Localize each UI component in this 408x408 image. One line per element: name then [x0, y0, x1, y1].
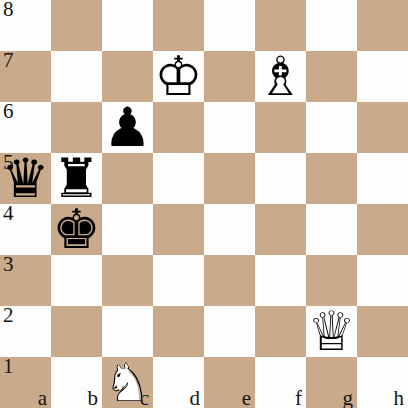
square-g3[interactable] — [306, 255, 357, 306]
piece-white-knight[interactable]: ♘ — [103, 357, 151, 408]
square-c5[interactable] — [102, 153, 153, 204]
square-b4[interactable]: ♚ — [51, 204, 102, 255]
square-d3[interactable] — [153, 255, 204, 306]
square-h2[interactable] — [357, 306, 408, 357]
square-e2[interactable] — [204, 306, 255, 357]
square-h3[interactable] — [357, 255, 408, 306]
square-a6[interactable]: 6 — [0, 102, 51, 153]
square-b1[interactable]: b — [51, 357, 102, 408]
square-h7[interactable] — [357, 51, 408, 102]
square-b8[interactable] — [51, 0, 102, 51]
square-d8[interactable] — [153, 0, 204, 51]
square-b3[interactable] — [51, 255, 102, 306]
square-e4[interactable] — [204, 204, 255, 255]
square-c2[interactable] — [102, 306, 153, 357]
square-e8[interactable] — [204, 0, 255, 51]
square-e5[interactable] — [204, 153, 255, 204]
square-f3[interactable] — [255, 255, 306, 306]
square-b7[interactable] — [51, 51, 102, 102]
rank-label-1: 1 — [3, 354, 14, 378]
square-h5[interactable] — [357, 153, 408, 204]
rank-label-6: 6 — [3, 99, 14, 123]
square-f5[interactable] — [255, 153, 306, 204]
square-f7[interactable]: ♗ — [255, 51, 306, 102]
file-label-e: e — [242, 386, 251, 408]
square-b2[interactable] — [51, 306, 102, 357]
rank-label-7: 7 — [3, 48, 14, 72]
piece-white-bishop[interactable]: ♗ — [256, 51, 304, 102]
square-c8[interactable] — [102, 0, 153, 51]
square-g6[interactable] — [306, 102, 357, 153]
square-a1[interactable]: 1a — [0, 357, 51, 408]
square-f8[interactable] — [255, 0, 306, 51]
square-c1[interactable]: c♘ — [102, 357, 153, 408]
square-d2[interactable] — [153, 306, 204, 357]
square-d5[interactable] — [153, 153, 204, 204]
square-h8[interactable] — [357, 0, 408, 51]
square-a4[interactable]: 4 — [0, 204, 51, 255]
piece-white-queen[interactable]: ♕ — [307, 306, 355, 357]
piece-black-rook[interactable]: ♜ — [52, 153, 100, 204]
file-label-g: g — [343, 386, 354, 408]
square-c7[interactable] — [102, 51, 153, 102]
chess-board: 87♔♗6♟5♛♜4♚32♕1abc♘defgh — [0, 0, 408, 408]
square-a7[interactable]: 7 — [0, 51, 51, 102]
square-d7[interactable]: ♔ — [153, 51, 204, 102]
square-d4[interactable] — [153, 204, 204, 255]
square-g8[interactable] — [306, 0, 357, 51]
square-a2[interactable]: 2 — [0, 306, 51, 357]
square-h4[interactable] — [357, 204, 408, 255]
square-e6[interactable] — [204, 102, 255, 153]
square-a5[interactable]: 5♛ — [0, 153, 51, 204]
square-g4[interactable] — [306, 204, 357, 255]
file-label-d: d — [190, 386, 201, 408]
square-f6[interactable] — [255, 102, 306, 153]
piece-black-queen[interactable]: ♛ — [1, 153, 49, 204]
square-g2[interactable]: ♕ — [306, 306, 357, 357]
square-c3[interactable] — [102, 255, 153, 306]
rank-label-3: 3 — [3, 252, 14, 276]
square-h1[interactable]: h — [357, 357, 408, 408]
square-g1[interactable]: g — [306, 357, 357, 408]
square-b5[interactable]: ♜ — [51, 153, 102, 204]
piece-black-king[interactable]: ♚ — [52, 204, 100, 255]
square-d1[interactable]: d — [153, 357, 204, 408]
square-a8[interactable]: 8 — [0, 0, 51, 51]
square-b6[interactable] — [51, 102, 102, 153]
square-d6[interactable] — [153, 102, 204, 153]
square-e3[interactable] — [204, 255, 255, 306]
rank-label-8: 8 — [3, 0, 14, 21]
square-c6[interactable]: ♟ — [102, 102, 153, 153]
file-label-f: f — [295, 386, 302, 408]
square-a3[interactable]: 3 — [0, 255, 51, 306]
file-label-a: a — [38, 386, 47, 408]
rank-label-2: 2 — [3, 303, 14, 327]
square-f4[interactable] — [255, 204, 306, 255]
piece-black-pawn[interactable]: ♟ — [103, 102, 151, 153]
file-label-h: h — [394, 386, 405, 408]
square-g5[interactable] — [306, 153, 357, 204]
square-h6[interactable] — [357, 102, 408, 153]
square-e7[interactable] — [204, 51, 255, 102]
square-e1[interactable]: e — [204, 357, 255, 408]
square-c4[interactable] — [102, 204, 153, 255]
square-f2[interactable] — [255, 306, 306, 357]
file-label-b: b — [88, 386, 99, 408]
square-g7[interactable] — [306, 51, 357, 102]
square-f1[interactable]: f — [255, 357, 306, 408]
piece-white-king[interactable]: ♔ — [154, 51, 202, 102]
